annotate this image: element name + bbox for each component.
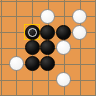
grid-line-horizontal <box>0 1 96 2</box>
black-stone <box>56 25 71 40</box>
white-stone <box>72 25 87 40</box>
black-stone <box>25 40 40 55</box>
white-stone <box>56 40 71 55</box>
white-stone <box>9 56 24 71</box>
white-stone <box>56 72 71 87</box>
last-move-marker-ring <box>28 28 37 37</box>
black-stone <box>40 40 55 55</box>
go-board[interactable] <box>0 0 96 96</box>
black-stone <box>40 56 55 71</box>
black-stone <box>40 25 55 40</box>
white-stone <box>72 9 87 24</box>
white-stone <box>40 9 55 24</box>
grid-line-horizontal <box>0 95 96 96</box>
black-stone <box>25 56 40 71</box>
grid-line-horizontal <box>0 80 96 81</box>
